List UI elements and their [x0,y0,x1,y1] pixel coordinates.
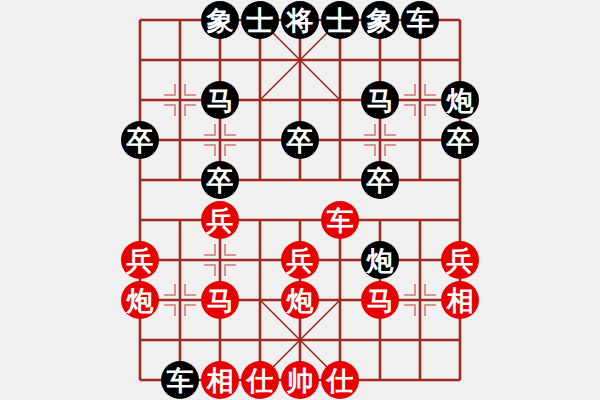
piece-red-chariot[interactable]: 车 [321,201,359,239]
piece-red-cannon[interactable]: 炮 [281,281,319,319]
piece-black-advisor[interactable]: 士 [241,1,279,39]
piece-red-cannon[interactable]: 炮 [121,281,159,319]
piece-black-elephant[interactable]: 象 [201,1,239,39]
piece-red-soldier[interactable]: 兵 [201,201,239,239]
piece-black-chariot[interactable]: 车 [401,1,439,39]
piece-red-advisor[interactable]: 仕 [241,361,279,399]
piece-red-soldier[interactable]: 兵 [281,241,319,279]
piece-black-chariot[interactable]: 车 [161,361,199,399]
piece-red-horse[interactable]: 马 [201,281,239,319]
xiangqi-board: 象士将士象车马马炮卒卒卒卒卒炮车兵车兵兵兵炮马炮马相相仕帅仕 [0,0,600,400]
piece-red-elephant[interactable]: 相 [441,281,479,319]
piece-red-general[interactable]: 帅 [281,361,319,399]
piece-black-soldier[interactable]: 卒 [201,161,239,199]
piece-black-cannon[interactable]: 炮 [441,81,479,119]
piece-black-elephant[interactable]: 象 [361,1,399,39]
piece-red-advisor[interactable]: 仕 [321,361,359,399]
piece-black-horse[interactable]: 马 [361,81,399,119]
piece-red-horse[interactable]: 马 [361,281,399,319]
piece-black-soldier[interactable]: 卒 [361,161,399,199]
piece-red-soldier[interactable]: 兵 [121,241,159,279]
piece-black-soldier[interactable]: 卒 [441,121,479,159]
piece-red-elephant[interactable]: 相 [201,361,239,399]
piece-grid: 象士将士象车马马炮卒卒卒卒卒炮车兵车兵兵兵炮马炮马相相仕帅仕 [120,0,480,400]
piece-black-soldier[interactable]: 卒 [121,121,159,159]
piece-black-general[interactable]: 将 [281,1,319,39]
piece-black-cannon[interactable]: 炮 [361,241,399,279]
piece-black-advisor[interactable]: 士 [321,1,359,39]
piece-red-soldier[interactable]: 兵 [441,241,479,279]
piece-black-soldier[interactable]: 卒 [281,121,319,159]
piece-black-horse[interactable]: 马 [201,81,239,119]
